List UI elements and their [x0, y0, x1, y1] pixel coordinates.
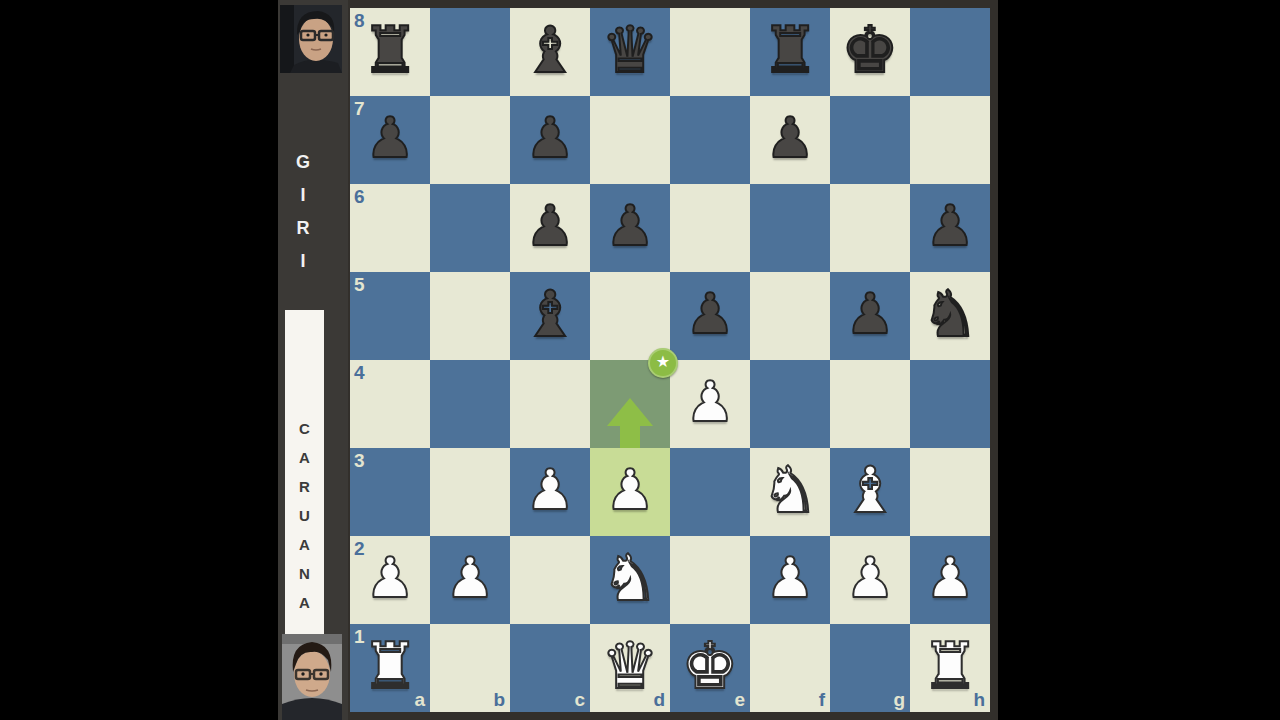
square-e1[interactable]: e♚ [670, 624, 750, 712]
square-f5[interactable] [750, 272, 830, 360]
square-b7[interactable] [430, 96, 510, 184]
square-g4[interactable] [830, 360, 910, 448]
piece-black-pawn-d6[interactable]: ♟ [605, 198, 655, 254]
square-b8[interactable] [430, 8, 510, 96]
square-h4[interactable] [910, 360, 990, 448]
players-sidebar: GIRI CARUANA [278, 0, 350, 720]
piece-white-pawn-a2[interactable]: ♟ [365, 550, 415, 606]
piece-black-pawn-a7[interactable]: ♟ [365, 110, 415, 166]
square-c2[interactable] [510, 536, 590, 624]
video-frame: GIRI CARUANA [0, 0, 1280, 720]
square-e2[interactable] [670, 536, 750, 624]
square-b1[interactable]: b [430, 624, 510, 712]
giri-photo [280, 5, 342, 73]
square-e3[interactable] [670, 448, 750, 536]
piece-black-pawn-c7[interactable]: ♟ [525, 110, 575, 166]
square-b5[interactable] [430, 272, 510, 360]
square-h1[interactable]: h♜ [910, 624, 990, 712]
piece-black-bishop-c8[interactable]: ♝ [521, 18, 578, 82]
piece-white-pawn-c3[interactable]: ♟ [525, 462, 575, 518]
square-g7[interactable] [830, 96, 910, 184]
square-d1[interactable]: d♛ [590, 624, 670, 712]
square-a2[interactable]: 2♟ [350, 536, 430, 624]
rank-label-6: 6 [354, 187, 365, 206]
rank-label-3: 3 [354, 451, 365, 470]
piece-white-pawn-f2[interactable]: ♟ [765, 550, 815, 606]
file-label-c: c [574, 690, 585, 709]
square-c1[interactable]: c [510, 624, 590, 712]
star-icon: ★ [656, 354, 670, 370]
square-g1[interactable]: g [830, 624, 910, 712]
square-e7[interactable] [670, 96, 750, 184]
square-g6[interactable] [830, 184, 910, 272]
square-a5[interactable]: 5 [350, 272, 430, 360]
square-a7[interactable]: 7♟ [350, 96, 430, 184]
square-e5[interactable]: ♟ [670, 272, 750, 360]
square-h7[interactable] [910, 96, 990, 184]
square-d6[interactable]: ♟ [590, 184, 670, 272]
best-move-star: ★ [648, 348, 678, 378]
square-b4[interactable] [430, 360, 510, 448]
square-a3[interactable]: 3 [350, 448, 430, 536]
square-h3[interactable] [910, 448, 990, 536]
piece-white-pawn-e4[interactable]: ♟ [685, 374, 735, 430]
square-h6[interactable]: ♟ [910, 184, 990, 272]
square-g5[interactable]: ♟ [830, 272, 910, 360]
square-c3[interactable]: ♟ [510, 448, 590, 536]
square-e8[interactable] [670, 8, 750, 96]
piece-black-bishop-c5[interactable]: ♝ [521, 282, 578, 346]
square-h5[interactable]: ♞ [910, 272, 990, 360]
square-b2[interactable]: ♟ [430, 536, 510, 624]
square-a1[interactable]: 1a♜ [350, 624, 430, 712]
square-d3[interactable]: ♟ [590, 448, 670, 536]
rank-label-2: 2 [354, 539, 365, 558]
square-g8[interactable]: ♚ [830, 8, 910, 96]
piece-white-bishop-g3[interactable]: ♝ [841, 458, 898, 522]
rank-label-5: 5 [354, 275, 365, 294]
square-a6[interactable]: 6 [350, 184, 430, 272]
square-f3[interactable]: ♞ [750, 448, 830, 536]
piece-black-knight-h5[interactable]: ♞ [921, 282, 978, 346]
square-f7[interactable]: ♟ [750, 96, 830, 184]
square-f2[interactable]: ♟ [750, 536, 830, 624]
piece-black-pawn-g5[interactable]: ♟ [845, 286, 895, 342]
board-frame: ★ 8♜♝♛♜♚7♟♟♟6♟♟♟5♝♟♟♞4♟3♟♟♞♝2♟♟♞♟♟♟1a♜bc… [348, 0, 998, 720]
rank-label-7: 7 [354, 99, 365, 118]
square-d2[interactable]: ♞ [590, 536, 670, 624]
square-f8[interactable]: ♜ [750, 8, 830, 96]
piece-white-knight-f3[interactable]: ♞ [761, 458, 818, 522]
piece-black-queen-d8[interactable]: ♛ [601, 18, 658, 82]
piece-black-king-g8[interactable]: ♚ [841, 18, 898, 82]
piece-white-knight-d2[interactable]: ♞ [601, 546, 658, 610]
square-h8[interactable] [910, 8, 990, 96]
piece-white-pawn-g2[interactable]: ♟ [845, 550, 895, 606]
rank-label-4: 4 [354, 363, 365, 382]
piece-white-pawn-d3[interactable]: ♟ [605, 462, 655, 518]
piece-black-pawn-c6[interactable]: ♟ [525, 198, 575, 254]
file-label-g: g [893, 690, 905, 709]
piece-black-pawn-h6[interactable]: ♟ [925, 198, 975, 254]
piece-white-rook-h1[interactable]: ♜ [921, 634, 978, 698]
square-c7[interactable]: ♟ [510, 96, 590, 184]
piece-black-pawn-f7[interactable]: ♟ [765, 110, 815, 166]
square-a8[interactable]: 8♜ [350, 8, 430, 96]
piece-black-rook-f8[interactable]: ♜ [761, 18, 818, 82]
square-b3[interactable] [430, 448, 510, 536]
board: ★ 8♜♝♛♜♚7♟♟♟6♟♟♟5♝♟♟♞4♟3♟♟♞♝2♟♟♞♟♟♟1a♜bc… [350, 8, 990, 712]
piece-white-pawn-b2[interactable]: ♟ [445, 550, 495, 606]
file-label-b: b [493, 690, 505, 709]
piece-black-rook-a8[interactable]: ♜ [361, 18, 418, 82]
square-h2[interactable]: ♟ [910, 536, 990, 624]
caruana-photo [282, 634, 342, 720]
square-g2[interactable]: ♟ [830, 536, 910, 624]
piece-white-queen-d1[interactable]: ♛ [601, 634, 658, 698]
player-name-top: GIRI [278, 146, 328, 278]
square-d7[interactable] [590, 96, 670, 184]
player-name-bottom: CARUANA [285, 414, 324, 617]
square-f1[interactable]: f [750, 624, 830, 712]
square-a4[interactable]: 4 [350, 360, 430, 448]
square-c6[interactable]: ♟ [510, 184, 590, 272]
square-f4[interactable] [750, 360, 830, 448]
piece-black-pawn-e5[interactable]: ♟ [685, 286, 735, 342]
square-d8[interactable]: ♛ [590, 8, 670, 96]
square-c4[interactable] [510, 360, 590, 448]
square-e6[interactable] [670, 184, 750, 272]
file-label-f: f [819, 690, 825, 709]
square-g3[interactable]: ♝ [830, 448, 910, 536]
square-c8[interactable]: ♝ [510, 8, 590, 96]
piece-white-king-e1[interactable]: ♚ [681, 634, 738, 698]
square-b6[interactable] [430, 184, 510, 272]
square-f6[interactable] [750, 184, 830, 272]
square-e4[interactable]: ♟ [670, 360, 750, 448]
piece-white-pawn-h2[interactable]: ♟ [925, 550, 975, 606]
square-d5[interactable] [590, 272, 670, 360]
piece-white-rook-a1[interactable]: ♜ [361, 634, 418, 698]
square-c5[interactable]: ♝ [510, 272, 590, 360]
